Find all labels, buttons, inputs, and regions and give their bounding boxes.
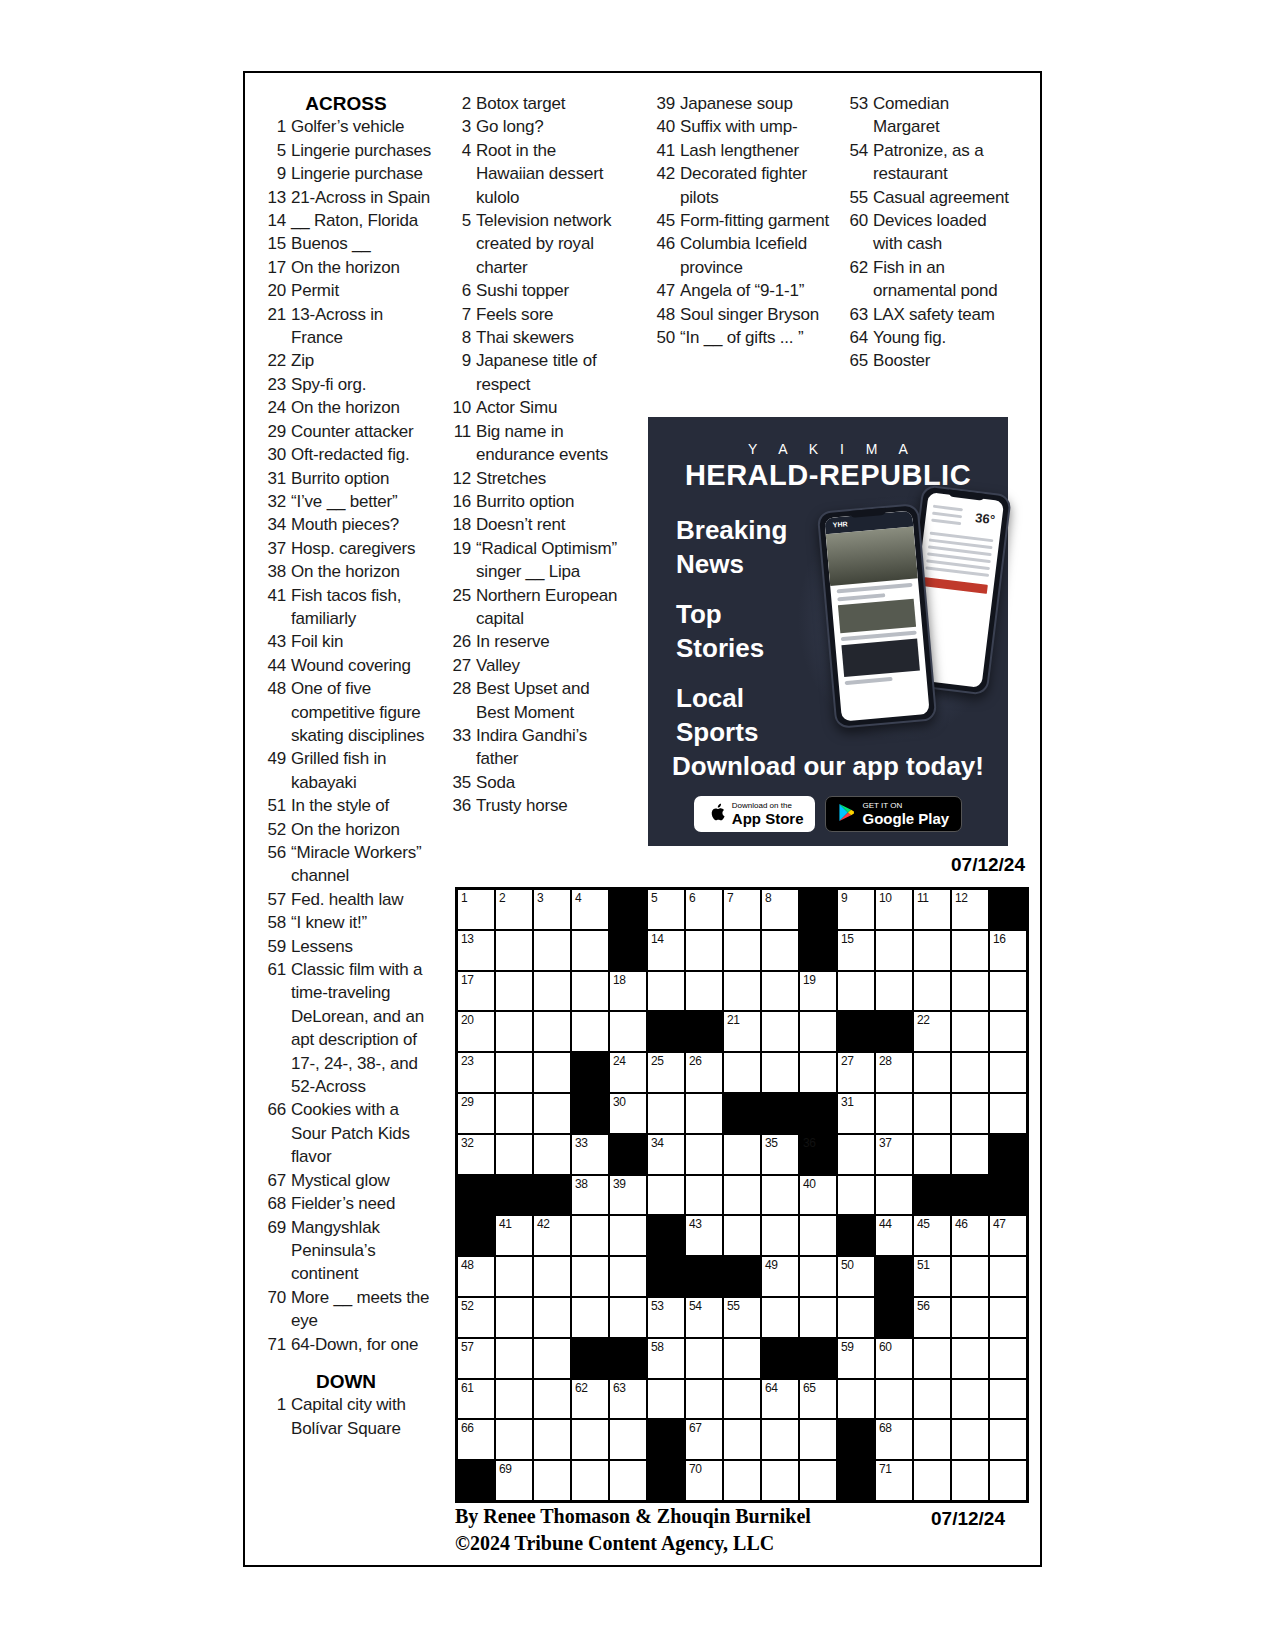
cell-number: 34 [651, 1136, 663, 1150]
grid-cell[interactable]: 66 [458, 1420, 494, 1459]
grid-cell[interactable] [762, 1420, 798, 1459]
clue-number: 68 [256, 1192, 291, 1215]
clue-text: Patronize, as a restaurant [873, 139, 1018, 186]
clue-across-29: 29Counter attacker [256, 420, 436, 443]
clue-down-16: 16Burrito option [441, 490, 627, 513]
grid-cell[interactable]: 67 [686, 1420, 722, 1459]
clue-down-26: 26In reserve [441, 630, 627, 653]
black-cell [876, 1257, 912, 1296]
grid-cell[interactable]: 64 [762, 1380, 798, 1419]
grid-cell[interactable] [990, 1012, 1026, 1051]
clue-column-3: 39Japanese soup40Suffix with ump-41Lash … [645, 92, 841, 349]
grid-cell[interactable] [800, 1420, 836, 1459]
clue-text: Grilled fish in kabayaki [291, 747, 436, 794]
grid-cell[interactable]: 25 [648, 1053, 684, 1092]
grid-cell[interactable]: 5 [648, 890, 684, 929]
grid-cell[interactable] [724, 972, 760, 1011]
cell-number: 68 [879, 1421, 891, 1435]
cell-number: 3 [537, 891, 543, 905]
grid-cell[interactable] [610, 1298, 646, 1337]
black-cell [990, 890, 1026, 929]
grid-cell[interactable] [990, 1380, 1026, 1419]
grid-cell[interactable]: 26 [686, 1053, 722, 1092]
grid-cell[interactable] [496, 972, 532, 1011]
grid-cell[interactable]: 69 [496, 1461, 532, 1500]
grid-cell[interactable] [876, 972, 912, 1011]
grid-cell[interactable]: 44 [876, 1216, 912, 1255]
grid-cell[interactable]: 42 [534, 1216, 570, 1255]
grid-cell[interactable]: 40 [800, 1176, 836, 1215]
grid-cell[interactable] [914, 1461, 950, 1500]
grid-cell[interactable] [686, 972, 722, 1011]
grid-cell[interactable]: 28 [876, 1053, 912, 1092]
clue-text: Lingerie purchases [291, 139, 436, 162]
grid-cell[interactable]: 16 [990, 931, 1026, 970]
ad-feature-local-sports: Local Sports [676, 681, 808, 749]
grid-cell[interactable] [610, 1257, 646, 1296]
clue-down-25: 25Northern European capital [441, 584, 627, 631]
grid-cell[interactable] [534, 1380, 570, 1419]
grid-cell[interactable]: 68 [876, 1420, 912, 1459]
clue-number: 19 [441, 537, 476, 584]
grid-cell[interactable]: 55 [724, 1298, 760, 1337]
grid-cell[interactable] [724, 1461, 760, 1500]
grid-cell[interactable]: 7 [724, 890, 760, 929]
black-cell [572, 1053, 608, 1092]
phone-news-photo-2 [838, 599, 916, 634]
grid-cell[interactable] [610, 1420, 646, 1459]
grid-cell[interactable] [648, 972, 684, 1011]
grid-cell[interactable]: 30 [610, 1094, 646, 1133]
grid-cell[interactable] [534, 1012, 570, 1051]
clue-down-46: 46Columbia Icefield province [645, 232, 841, 279]
grid-cell[interactable]: 11 [914, 890, 950, 929]
grid-cell[interactable] [952, 931, 988, 970]
grid-cell[interactable] [572, 1216, 608, 1255]
clue-text: Counter attacker [291, 420, 436, 443]
clue-across-59: 59Lessens [256, 935, 436, 958]
grid-cell[interactable]: 49 [762, 1257, 798, 1296]
grid-cell[interactable] [914, 1420, 950, 1459]
grid-cell[interactable] [686, 1135, 722, 1174]
clue-number: 44 [256, 654, 291, 677]
cell-number: 66 [461, 1421, 473, 1435]
grid-cell[interactable] [724, 1339, 760, 1378]
grid-cell[interactable] [724, 1053, 760, 1092]
grid-cell[interactable] [496, 1298, 532, 1337]
grid-cell[interactable] [496, 931, 532, 970]
black-cell [876, 1298, 912, 1337]
grid-cell[interactable]: 18 [610, 972, 646, 1011]
clue-across-61: 61Classic film with a time-traveling DeL… [256, 958, 436, 1098]
clue-number: 17 [256, 256, 291, 279]
grid-cell[interactable] [876, 1380, 912, 1419]
grid-cell[interactable]: 34 [648, 1135, 684, 1174]
clue-number: 55 [838, 186, 873, 209]
clue-number: 1 [256, 1393, 291, 1440]
grid-cell[interactable] [572, 931, 608, 970]
clue-number: 52 [256, 818, 291, 841]
grid-cell[interactable]: 58 [648, 1339, 684, 1378]
grid-cell[interactable] [952, 1053, 988, 1092]
grid-cell[interactable]: 13 [458, 931, 494, 970]
ad-feature-list: Breaking News Top Stories Local Sports [676, 513, 808, 765]
clue-number: 67 [256, 1169, 291, 1192]
grid-cell[interactable] [800, 1216, 836, 1255]
grid-cell[interactable] [724, 931, 760, 970]
grid-cell[interactable]: 43 [686, 1216, 722, 1255]
grid-cell[interactable]: 60 [876, 1339, 912, 1378]
grid-cell[interactable]: 33 [572, 1135, 608, 1174]
grid-cell[interactable] [686, 1380, 722, 1419]
grid-cell[interactable] [914, 972, 950, 1011]
clue-text: Valley [476, 654, 627, 677]
cell-number: 60 [879, 1340, 891, 1354]
black-cell [724, 1094, 760, 1133]
grid-cell[interactable] [572, 972, 608, 1011]
grid-cell[interactable] [534, 1257, 570, 1296]
grid-cell[interactable] [952, 1094, 988, 1133]
crossword-grid[interactable]: 1234567891011121314151617181920212223242… [455, 887, 1029, 1503]
grid-cell[interactable]: 31 [838, 1094, 874, 1133]
grid-cell[interactable] [762, 1298, 798, 1337]
clue-text: Indira Gandhi’s father [476, 724, 627, 771]
clue-text: Fed. health law [291, 888, 436, 911]
grid-cell[interactable] [876, 931, 912, 970]
clue-number: 65 [838, 349, 873, 372]
cell-number: 8 [765, 891, 771, 905]
grid-cell[interactable] [762, 1461, 798, 1500]
clue-text: 64-Down, for one [291, 1333, 436, 1356]
grid-cell[interactable] [952, 1012, 988, 1051]
black-cell [800, 890, 836, 929]
grid-cell[interactable] [610, 1216, 646, 1255]
grid-cell[interactable] [572, 1420, 608, 1459]
cell-number: 25 [651, 1054, 663, 1068]
grid-cell[interactable]: 15 [838, 931, 874, 970]
grid-cell[interactable]: 38 [572, 1176, 608, 1215]
clue-down-3: 3Go long? [441, 115, 627, 138]
clue-across-67: 67Mystical glow [256, 1169, 436, 1192]
grid-cell[interactable]: 1 [458, 890, 494, 929]
grid-cell[interactable] [990, 1420, 1026, 1459]
grid-cell[interactable] [952, 1420, 988, 1459]
grid-cell[interactable] [686, 1176, 722, 1215]
clue-across-52: 52On the horizon [256, 818, 436, 841]
clue-number: 70 [256, 1286, 291, 1333]
cell-number: 30 [613, 1095, 625, 1109]
clue-number: 7 [441, 303, 476, 326]
clue-across-68: 68Fielder’s need [256, 1192, 436, 1215]
grid-cell[interactable] [990, 1053, 1026, 1092]
grid-cell[interactable]: 71 [876, 1461, 912, 1500]
clue-down-55: 55Casual agreement [838, 186, 1018, 209]
grid-cell[interactable] [800, 1461, 836, 1500]
grid-cell[interactable] [914, 1339, 950, 1378]
grid-cell[interactable] [724, 1216, 760, 1255]
clue-text: Botox target [476, 92, 627, 115]
clue-text: Stretches [476, 467, 627, 490]
grid-cell[interactable]: 35 [762, 1135, 798, 1174]
grid-cell[interactable] [496, 1380, 532, 1419]
clue-text: Columbia Icefield province [680, 232, 841, 279]
clue-text: Booster [873, 349, 1018, 372]
grid-cell[interactable]: 2 [496, 890, 532, 929]
grid-cell[interactable] [914, 1053, 950, 1092]
grid-cell[interactable]: 41 [496, 1216, 532, 1255]
clue-down-8: 8Thai skewers [441, 326, 627, 349]
grid-cell[interactable]: 54 [686, 1298, 722, 1337]
cell-number: 38 [575, 1177, 587, 1191]
clue-down-65: 65Booster [838, 349, 1018, 372]
down-header: DOWN [256, 1370, 436, 1393]
clue-down-45: 45Form-fitting garment [645, 209, 841, 232]
grid-cell[interactable]: 47 [990, 1216, 1026, 1255]
grid-cell[interactable] [800, 1053, 836, 1092]
grid-cell[interactable] [686, 931, 722, 970]
clue-text: Japanese title of respect [476, 349, 627, 396]
phone-news-photo [826, 526, 918, 585]
clue-down-39: 39Japanese soup [645, 92, 841, 115]
grid-cell[interactable]: 52 [458, 1298, 494, 1337]
grid-cell[interactable]: 3 [534, 890, 570, 929]
grid-cell[interactable] [534, 1420, 570, 1459]
grid-cell[interactable] [686, 1339, 722, 1378]
grid-cell[interactable] [534, 1461, 570, 1500]
cell-number: 58 [651, 1340, 663, 1354]
app-promo-ad[interactable]: Y A K I M A HERALD-REPUBLIC Breaking New… [648, 417, 1008, 846]
grid-cell[interactable] [952, 1380, 988, 1419]
grid-cell[interactable]: 24 [610, 1053, 646, 1092]
grid-cell[interactable]: 20 [458, 1012, 494, 1051]
clue-down-50: 50“In __ of gifts ... ” [645, 326, 841, 349]
grid-cell[interactable]: 62 [572, 1380, 608, 1419]
grid-cell[interactable] [572, 1461, 608, 1500]
grid-cell[interactable] [496, 1012, 532, 1051]
grid-cell[interactable]: 63 [610, 1380, 646, 1419]
crossword-page: ACROSS1Golfer’s vehicle5Lingerie purchas… [0, 0, 1265, 1638]
grid-cell[interactable] [762, 1176, 798, 1215]
grid-cell[interactable] [724, 1420, 760, 1459]
clue-across-44: 44Wound covering [256, 654, 436, 677]
grid-cell[interactable]: 21 [724, 1012, 760, 1051]
grid-cell[interactable] [648, 1176, 684, 1215]
clue-down-47: 47Angela of “9-1-1” [645, 279, 841, 302]
grid-cell[interactable] [762, 1053, 798, 1092]
black-cell [648, 1257, 684, 1296]
cell-number: 55 [727, 1299, 739, 1313]
grid-cell[interactable]: 14 [648, 931, 684, 970]
grid-cell[interactable]: 65 [800, 1380, 836, 1419]
grid-cell[interactable]: 70 [686, 1461, 722, 1500]
phone-red-banner [923, 577, 988, 594]
grid-cell[interactable] [496, 1339, 532, 1378]
grid-cell[interactable] [534, 1339, 570, 1378]
clue-down-19: 19“Radical Optimism” singer __ Lipa [441, 537, 627, 584]
grid-cell[interactable] [762, 1012, 798, 1051]
clue-number: 8 [441, 326, 476, 349]
cell-number: 32 [461, 1136, 473, 1150]
grid-cell[interactable] [648, 1094, 684, 1133]
grid-cell[interactable] [800, 1298, 836, 1337]
clue-number: 37 [256, 537, 291, 560]
grid-cell[interactable] [496, 1420, 532, 1459]
grid-cell[interactable]: 59 [838, 1339, 874, 1378]
clue-across-9: 9Lingerie purchase [256, 162, 436, 185]
grid-cell[interactable]: 4 [572, 890, 608, 929]
black-cell [572, 1094, 608, 1133]
grid-cell[interactable] [534, 972, 570, 1011]
grid-cell[interactable] [952, 1298, 988, 1337]
grid-cell[interactable] [534, 1094, 570, 1133]
grid-cell[interactable] [572, 1012, 608, 1051]
grid-cell[interactable]: 12 [952, 890, 988, 929]
clue-number: 10 [441, 396, 476, 419]
grid-cell[interactable] [952, 1339, 988, 1378]
clue-number: 69 [256, 1216, 291, 1286]
clue-text: Wound covering [291, 654, 436, 677]
clue-text: Foil kin [291, 630, 436, 653]
clue-text: “Radical Optimism” singer __ Lipa [476, 537, 627, 584]
clue-text: Go long? [476, 115, 627, 138]
black-cell [458, 1176, 494, 1215]
grid-cell[interactable] [990, 1094, 1026, 1133]
black-cell: 36 [800, 1135, 836, 1174]
grid-cell[interactable]: 61 [458, 1380, 494, 1419]
grid-cell[interactable] [876, 1176, 912, 1215]
grid-cell[interactable] [762, 972, 798, 1011]
grid-cell[interactable] [952, 1135, 988, 1174]
grid-cell[interactable] [724, 1176, 760, 1215]
grid-cell[interactable] [990, 1461, 1026, 1500]
clue-text: Japanese soup [680, 92, 841, 115]
google-play-badge[interactable]: GET IT ON Google Play [825, 796, 962, 832]
grid-cell[interactable] [534, 1298, 570, 1337]
clue-number: 20 [256, 279, 291, 302]
grid-cell[interactable]: 57 [458, 1339, 494, 1378]
clue-number: 2 [441, 92, 476, 115]
grid-cell[interactable] [838, 1176, 874, 1215]
grid-cell[interactable]: 8 [762, 890, 798, 929]
black-cell [610, 1339, 646, 1378]
clue-across-38: 38On the horizon [256, 560, 436, 583]
grid-cell[interactable] [914, 1135, 950, 1174]
grid-cell[interactable] [952, 1461, 988, 1500]
grid-cell[interactable] [838, 1380, 874, 1419]
grid-cell[interactable] [990, 1298, 1026, 1337]
clue-number: 13 [256, 186, 291, 209]
grid-cell[interactable] [800, 1257, 836, 1296]
clue-down-40: 40Suffix with ump- [645, 115, 841, 138]
clue-number: 26 [441, 630, 476, 653]
clue-number: 9 [441, 349, 476, 396]
app-store-badge[interactable]: Download on the App Store [694, 796, 816, 832]
cell-number: 26 [689, 1054, 701, 1068]
cell-number: 9 [841, 891, 847, 905]
grid-cell[interactable] [838, 972, 874, 1011]
grid-cell[interactable] [952, 972, 988, 1011]
clue-number: 62 [838, 256, 873, 303]
grid-cell[interactable] [534, 931, 570, 970]
clue-number: 58 [256, 911, 291, 934]
grid-cell[interactable] [496, 1053, 532, 1092]
grid-cell[interactable] [762, 1216, 798, 1255]
app-store-badge-tagline: Download on the [732, 801, 804, 810]
grid-cell[interactable] [648, 1380, 684, 1419]
cell-number: 15 [841, 932, 853, 946]
grid-cell[interactable] [724, 1380, 760, 1419]
grid-cell[interactable] [496, 1135, 532, 1174]
grid-cell[interactable]: 51 [914, 1257, 950, 1296]
grid-cell[interactable]: 23 [458, 1053, 494, 1092]
grid-cell[interactable] [572, 1298, 608, 1337]
clue-number: 9 [256, 162, 291, 185]
grid-cell[interactable]: 10 [876, 890, 912, 929]
grid-cell[interactable] [686, 1094, 722, 1133]
grid-cell[interactable] [534, 1053, 570, 1092]
grid-cell[interactable] [572, 1257, 608, 1296]
grid-cell[interactable] [610, 1012, 646, 1051]
grid-cell[interactable] [876, 1094, 912, 1133]
grid-cell[interactable]: 39 [610, 1176, 646, 1215]
grid-cell[interactable]: 53 [648, 1298, 684, 1337]
grid-cell[interactable] [914, 1380, 950, 1419]
grid-cell[interactable] [762, 931, 798, 970]
clue-text: More __ meets the eye [291, 1286, 436, 1333]
grid-cell[interactable] [496, 1094, 532, 1133]
grid-cell[interactable]: 48 [458, 1257, 494, 1296]
black-cell [762, 1094, 798, 1133]
clue-text: On the horizon [291, 818, 436, 841]
grid-cell[interactable]: 46 [952, 1216, 988, 1255]
grid-cell[interactable]: 50 [838, 1257, 874, 1296]
clue-across-17: 17On the horizon [256, 256, 436, 279]
grid-cell[interactable] [496, 1257, 532, 1296]
grid-cell[interactable] [914, 1094, 950, 1133]
clue-number: 71 [256, 1333, 291, 1356]
grid-cell[interactable] [990, 972, 1026, 1011]
grid-cell[interactable] [838, 1135, 874, 1174]
across-header: ACROSS [256, 92, 436, 115]
grid-cell[interactable] [990, 1339, 1026, 1378]
grid-cell[interactable]: 27 [838, 1053, 874, 1092]
grid-cell[interactable]: 6 [686, 890, 722, 929]
grid-cell[interactable]: 17 [458, 972, 494, 1011]
grid-cell[interactable]: 45 [914, 1216, 950, 1255]
grid-cell[interactable] [534, 1135, 570, 1174]
grid-cell[interactable]: 19 [800, 972, 836, 1011]
cell-number: 69 [499, 1462, 511, 1476]
grid-cell[interactable] [724, 1135, 760, 1174]
grid-cell[interactable]: 29 [458, 1094, 494, 1133]
grid-cell[interactable] [800, 1012, 836, 1051]
grid-cell[interactable]: 22 [914, 1012, 950, 1051]
cell-number: 56 [917, 1299, 929, 1313]
grid-cell[interactable]: 9 [838, 890, 874, 929]
black-cell [458, 1461, 494, 1500]
grid-cell[interactable] [990, 1257, 1026, 1296]
grid-cell[interactable] [952, 1257, 988, 1296]
grid-cell[interactable]: 32 [458, 1135, 494, 1174]
cell-number: 41 [499, 1217, 511, 1231]
cell-number: 37 [879, 1136, 891, 1150]
cell-number: 1 [461, 891, 467, 905]
grid-cell[interactable] [610, 1461, 646, 1500]
grid-cell[interactable]: 56 [914, 1298, 950, 1337]
grid-cell[interactable] [914, 931, 950, 970]
grid-cell[interactable] [838, 1298, 874, 1337]
grid-cell[interactable]: 37 [876, 1135, 912, 1174]
